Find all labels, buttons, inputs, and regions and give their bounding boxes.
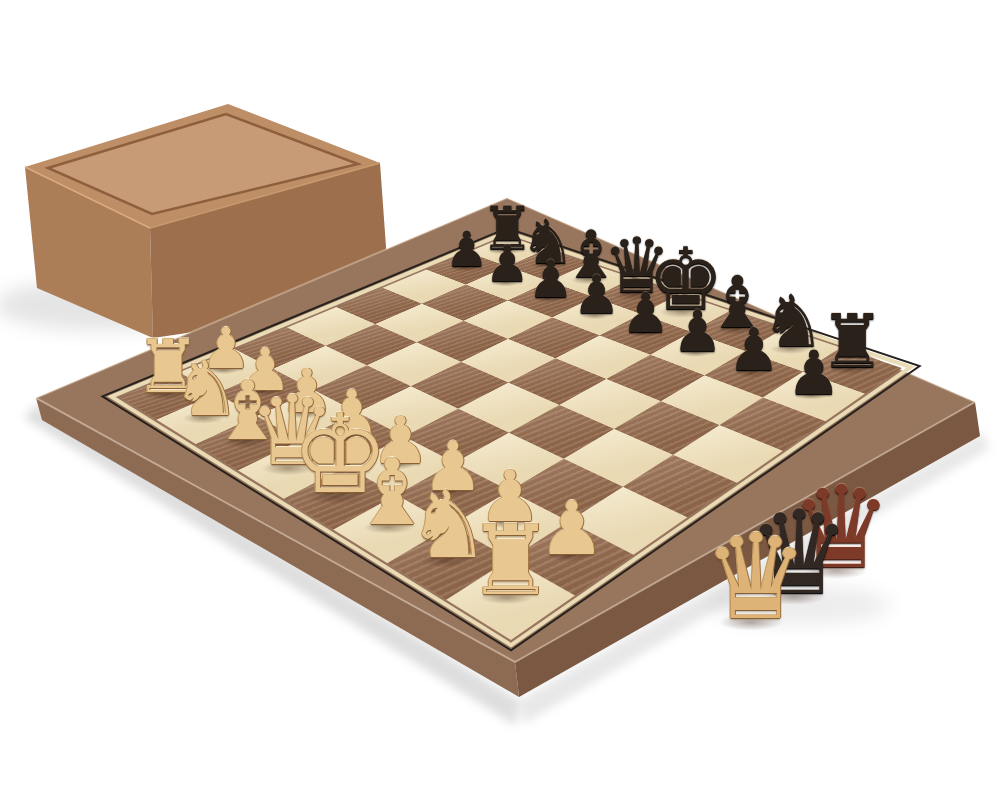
- spare-queens-shadow: [710, 585, 890, 625]
- chess-set-photo: ♜♞♟♝♟♛♟♚♟♝♟♞♟♜♟♟♟♜♟♟♞♟♝♟♛♟♚♟♝♟♞♛♛♜♛: [0, 0, 1000, 800]
